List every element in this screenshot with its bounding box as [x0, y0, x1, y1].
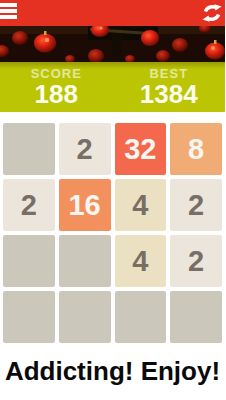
- tagline-text: Addicting! Enjoy!: [0, 350, 225, 392]
- score-value: 188: [0, 81, 113, 108]
- empty-cell: [3, 123, 55, 175]
- tile-32: 32: [115, 123, 167, 175]
- score-panel: SCORE 188: [0, 62, 113, 112]
- tile-16: 16: [59, 179, 111, 231]
- best-panel: BEST 1384: [113, 62, 226, 112]
- top-action-bar: [0, 0, 225, 26]
- best-value: 1384: [113, 81, 226, 108]
- game-board[interactable]: 23282164242: [3, 123, 222, 343]
- lantern-photo-image: [0, 26, 225, 62]
- empty-cell: [115, 291, 167, 343]
- tile-2: 2: [170, 179, 222, 231]
- app-screen: SCORE 188 BEST 1384 23282164242 Addictin…: [0, 0, 225, 400]
- tile-8: 8: [170, 123, 222, 175]
- empty-cell: [59, 291, 111, 343]
- tile-4: 4: [115, 235, 167, 287]
- tile-4: 4: [115, 179, 167, 231]
- tile-2: 2: [59, 123, 111, 175]
- lantern-photo-banner: [0, 26, 225, 62]
- empty-cell: [170, 291, 222, 343]
- empty-cell: [3, 235, 55, 287]
- refresh-sync-icon: [200, 1, 224, 25]
- empty-cell: [3, 291, 55, 343]
- score-bar: SCORE 188 BEST 1384: [0, 62, 225, 112]
- hamburger-menu-icon[interactable]: [0, 3, 18, 21]
- refresh-button[interactable]: [200, 1, 224, 25]
- tile-2: 2: [3, 179, 55, 231]
- empty-cell: [59, 235, 111, 287]
- tile-2: 2: [170, 235, 222, 287]
